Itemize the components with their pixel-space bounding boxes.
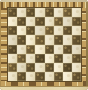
square-g7[interactable] xyxy=(63,17,72,26)
square-d7[interactable] xyxy=(35,17,44,26)
square-a5[interactable] xyxy=(8,35,17,44)
square-h6[interactable] xyxy=(72,26,81,35)
square-d8[interactable] xyxy=(35,8,44,17)
square-f1[interactable] xyxy=(54,72,63,81)
square-b5[interactable] xyxy=(17,35,26,44)
square-b3[interactable] xyxy=(17,54,26,63)
square-b7[interactable] xyxy=(17,17,26,26)
square-b1[interactable] xyxy=(17,72,26,81)
board-bottom-bevel xyxy=(0,86,88,90)
square-g8[interactable] xyxy=(63,8,72,17)
square-e1[interactable] xyxy=(45,72,54,81)
square-e3[interactable] xyxy=(45,54,54,63)
board-grid xyxy=(8,8,81,81)
square-c3[interactable] xyxy=(26,54,35,63)
square-h1[interactable] xyxy=(72,72,81,81)
square-f7[interactable] xyxy=(54,17,63,26)
square-a8[interactable] xyxy=(8,8,17,17)
square-c2[interactable] xyxy=(26,63,35,72)
square-e8[interactable] xyxy=(45,8,54,17)
square-a4[interactable] xyxy=(8,45,17,54)
square-c8[interactable] xyxy=(26,8,35,17)
square-e6[interactable] xyxy=(45,26,54,35)
square-b8[interactable] xyxy=(17,8,26,17)
square-d2[interactable] xyxy=(35,63,44,72)
square-f3[interactable] xyxy=(54,54,63,63)
square-g4[interactable] xyxy=(63,45,72,54)
square-d6[interactable] xyxy=(35,26,44,35)
square-e5[interactable] xyxy=(45,35,54,44)
square-c4[interactable] xyxy=(26,45,35,54)
chessboard-frame xyxy=(0,0,88,90)
square-g6[interactable] xyxy=(63,26,72,35)
square-c5[interactable] xyxy=(26,35,35,44)
square-g2[interactable] xyxy=(63,63,72,72)
square-h3[interactable] xyxy=(72,54,81,63)
square-e2[interactable] xyxy=(45,63,54,72)
square-c7[interactable] xyxy=(26,17,35,26)
square-d3[interactable] xyxy=(35,54,44,63)
square-f4[interactable] xyxy=(54,45,63,54)
square-a1[interactable] xyxy=(8,72,17,81)
square-g3[interactable] xyxy=(63,54,72,63)
board-photo xyxy=(0,0,88,90)
square-h4[interactable] xyxy=(72,45,81,54)
square-f6[interactable] xyxy=(54,26,63,35)
square-d1[interactable] xyxy=(35,72,44,81)
square-h7[interactable] xyxy=(72,17,81,26)
square-h5[interactable] xyxy=(72,35,81,44)
square-g5[interactable] xyxy=(63,35,72,44)
square-f5[interactable] xyxy=(54,35,63,44)
board-right-edge xyxy=(86,2,88,87)
square-f8[interactable] xyxy=(54,8,63,17)
square-d4[interactable] xyxy=(35,45,44,54)
square-f2[interactable] xyxy=(54,63,63,72)
square-d5[interactable] xyxy=(35,35,44,44)
square-h8[interactable] xyxy=(72,8,81,17)
square-b4[interactable] xyxy=(17,45,26,54)
square-c1[interactable] xyxy=(26,72,35,81)
square-b6[interactable] xyxy=(17,26,26,35)
square-a6[interactable] xyxy=(8,26,17,35)
square-a3[interactable] xyxy=(8,54,17,63)
square-e4[interactable] xyxy=(45,45,54,54)
square-b2[interactable] xyxy=(17,63,26,72)
square-e7[interactable] xyxy=(45,17,54,26)
square-a7[interactable] xyxy=(8,17,17,26)
border-ornament-left xyxy=(1,8,8,81)
square-g1[interactable] xyxy=(63,72,72,81)
square-h2[interactable] xyxy=(72,63,81,72)
square-c6[interactable] xyxy=(26,26,35,35)
square-a2[interactable] xyxy=(8,63,17,72)
